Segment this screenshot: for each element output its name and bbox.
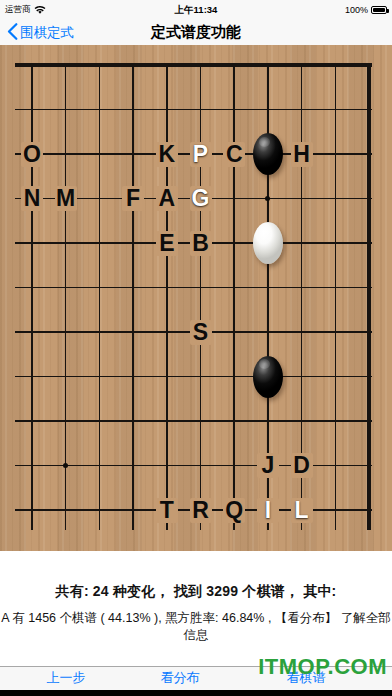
white-stone <box>253 222 283 264</box>
grid-line-h <box>15 465 372 467</box>
grid-line-v <box>31 63 33 530</box>
move-label-L[interactable]: L <box>291 498 313 523</box>
move-label-P[interactable]: P <box>190 142 212 167</box>
move-label-K[interactable]: K <box>156 142 178 167</box>
grid-line-v <box>335 63 337 530</box>
move-label-Q[interactable]: Q <box>223 498 245 523</box>
previous-step-button[interactable]: 上一步 <box>47 669 86 687</box>
move-label-E[interactable]: E <box>156 231 178 256</box>
move-label-T[interactable]: T <box>156 498 178 523</box>
battery-icon <box>371 6 387 15</box>
grid-line-v <box>65 63 67 530</box>
grid-line-v <box>166 63 168 530</box>
move-label-S[interactable]: S <box>190 320 212 345</box>
watermark: ITMOP.COM <box>258 654 387 680</box>
app-screen: 运营商 上午11:34 100% 围棋定式 定式谱度功能 OKPCHNMFAGE… <box>0 0 392 696</box>
move-label-B[interactable]: B <box>190 231 212 256</box>
move-label-F[interactable]: F <box>122 186 144 211</box>
move-label-A[interactable]: A <box>156 186 178 211</box>
page-title: 定式谱度功能 <box>0 20 392 45</box>
star-point <box>265 196 270 201</box>
move-label-I[interactable]: I <box>257 498 279 523</box>
move-label-R[interactable]: R <box>190 498 212 523</box>
grid-line-h <box>15 420 372 422</box>
clock: 上午11:34 <box>0 4 392 17</box>
grid-line-v <box>233 63 235 530</box>
move-label-N[interactable]: N <box>21 186 43 211</box>
battery-percent: 100% <box>345 5 368 15</box>
black-stone <box>253 133 283 175</box>
grid-line-h <box>15 376 372 378</box>
detail-line: A 有 1456 个棋谱 ( 44.13% ), 黑方胜率: 46.84% , … <box>0 610 392 644</box>
move-label-C[interactable]: C <box>223 142 245 167</box>
move-label-H[interactable]: H <box>291 142 313 167</box>
grid-line-v <box>99 63 101 530</box>
nav-bar: 围棋定式 定式谱度功能 <box>0 20 392 45</box>
star-point <box>63 463 68 468</box>
black-stone <box>253 356 283 398</box>
board-right-edge <box>367 63 371 530</box>
battery-fill <box>373 8 385 13</box>
summary-line: 共有: 24 种变化， 找到 3299 个棋谱， 其中: <box>0 551 392 601</box>
grid-line-h <box>15 287 372 289</box>
grid-line-v <box>200 63 202 530</box>
move-label-M[interactable]: M <box>55 186 77 211</box>
move-label-D[interactable]: D <box>291 453 313 478</box>
view-distribution-button[interactable]: 看分布 <box>161 669 200 687</box>
move-label-J[interactable]: J <box>257 453 279 478</box>
status-bar: 运营商 上午11:34 100% <box>0 0 392 20</box>
battery-nub <box>387 9 389 13</box>
board-top-edge <box>15 63 372 67</box>
grid-line-h <box>15 109 372 111</box>
grid-line-v <box>132 63 134 530</box>
move-label-O[interactable]: O <box>21 142 43 167</box>
move-label-G[interactable]: G <box>190 186 212 211</box>
status-right: 100% <box>345 5 387 15</box>
go-board[interactable]: OKPCHNMFAGEBSJDTRQIL <box>0 45 392 551</box>
info-panel: 共有: 24 种变化， 找到 3299 个棋谱， 其中: A 有 1456 个棋… <box>0 551 392 666</box>
bottom-black-bar <box>0 690 392 696</box>
